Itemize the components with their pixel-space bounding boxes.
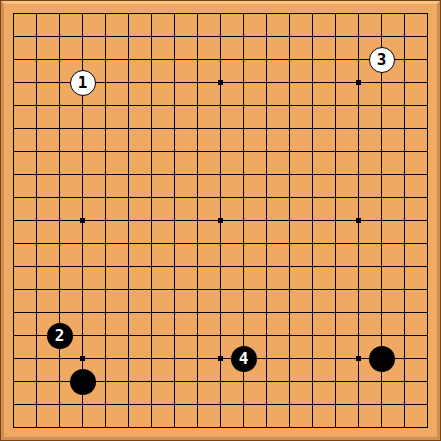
intersection-M5[interactable]: [255, 324, 278, 347]
intersection-J2[interactable]: [186, 393, 209, 416]
intersection-O8[interactable]: [301, 255, 324, 278]
intersection-M18[interactable]: [255, 25, 278, 48]
intersection-D19[interactable]: [71, 2, 94, 25]
intersection-O4[interactable]: [301, 347, 324, 370]
intersection-J12[interactable]: [186, 163, 209, 186]
intersection-N17[interactable]: [278, 48, 301, 71]
intersection-D18[interactable]: [71, 25, 94, 48]
intersection-J14[interactable]: [186, 117, 209, 140]
intersection-J9[interactable]: [186, 232, 209, 255]
intersection-T13[interactable]: [416, 140, 439, 163]
intersection-C18[interactable]: [48, 25, 71, 48]
intersection-N3[interactable]: [278, 370, 301, 393]
intersection-A19[interactable]: [2, 2, 25, 25]
intersection-H13[interactable]: [163, 140, 186, 163]
intersection-C2[interactable]: [48, 393, 71, 416]
intersection-J11[interactable]: [186, 186, 209, 209]
intersection-A3[interactable]: [2, 370, 25, 393]
intersection-F10[interactable]: [117, 209, 140, 232]
intersection-M15[interactable]: [255, 94, 278, 117]
intersection-J15[interactable]: [186, 94, 209, 117]
intersection-B15[interactable]: [25, 94, 48, 117]
intersection-O12[interactable]: [301, 163, 324, 186]
intersection-F3[interactable]: [117, 370, 140, 393]
intersection-D12[interactable]: [71, 163, 94, 186]
intersection-F9[interactable]: [117, 232, 140, 255]
intersection-Q12[interactable]: [347, 163, 370, 186]
intersection-J13[interactable]: [186, 140, 209, 163]
intersection-E15[interactable]: [94, 94, 117, 117]
intersection-T12[interactable]: [416, 163, 439, 186]
intersection-N5[interactable]: [278, 324, 301, 347]
intersection-C15[interactable]: [48, 94, 71, 117]
intersection-D3[interactable]: [71, 370, 94, 393]
intersection-K4[interactable]: [209, 347, 232, 370]
intersection-R11[interactable]: [370, 186, 393, 209]
intersection-Q6[interactable]: [347, 301, 370, 324]
intersection-R9[interactable]: [370, 232, 393, 255]
intersection-N4[interactable]: [278, 347, 301, 370]
intersection-K16[interactable]: [209, 71, 232, 94]
intersection-T3[interactable]: [416, 370, 439, 393]
intersection-T6[interactable]: [416, 301, 439, 324]
intersection-S8[interactable]: [393, 255, 416, 278]
intersection-C5[interactable]: 2: [48, 324, 71, 347]
intersection-E7[interactable]: [94, 278, 117, 301]
intersection-G7[interactable]: [140, 278, 163, 301]
intersection-P4[interactable]: [324, 347, 347, 370]
intersection-J1[interactable]: [186, 416, 209, 439]
intersection-K13[interactable]: [209, 140, 232, 163]
intersection-D1[interactable]: [71, 416, 94, 439]
intersection-T10[interactable]: [416, 209, 439, 232]
intersection-R12[interactable]: [370, 163, 393, 186]
intersection-F2[interactable]: [117, 393, 140, 416]
intersection-F7[interactable]: [117, 278, 140, 301]
intersection-F15[interactable]: [117, 94, 140, 117]
intersection-D15[interactable]: [71, 94, 94, 117]
board-intersections[interactable]: 3124: [2, 2, 439, 439]
intersection-B12[interactable]: [25, 163, 48, 186]
intersection-J6[interactable]: [186, 301, 209, 324]
intersection-G16[interactable]: [140, 71, 163, 94]
intersection-B9[interactable]: [25, 232, 48, 255]
intersection-N16[interactable]: [278, 71, 301, 94]
intersection-G5[interactable]: [140, 324, 163, 347]
intersection-E11[interactable]: [94, 186, 117, 209]
intersection-P10[interactable]: [324, 209, 347, 232]
intersection-S2[interactable]: [393, 393, 416, 416]
intersection-L10[interactable]: [232, 209, 255, 232]
intersection-A10[interactable]: [2, 209, 25, 232]
intersection-H17[interactable]: [163, 48, 186, 71]
intersection-R7[interactable]: [370, 278, 393, 301]
intersection-Q7[interactable]: [347, 278, 370, 301]
intersection-B18[interactable]: [25, 25, 48, 48]
intersection-C14[interactable]: [48, 117, 71, 140]
intersection-B4[interactable]: [25, 347, 48, 370]
intersection-C9[interactable]: [48, 232, 71, 255]
intersection-P15[interactable]: [324, 94, 347, 117]
intersection-K5[interactable]: [209, 324, 232, 347]
intersection-D13[interactable]: [71, 140, 94, 163]
intersection-O3[interactable]: [301, 370, 324, 393]
intersection-C19[interactable]: [48, 2, 71, 25]
intersection-L8[interactable]: [232, 255, 255, 278]
intersection-K15[interactable]: [209, 94, 232, 117]
intersection-A14[interactable]: [2, 117, 25, 140]
intersection-Q4[interactable]: [347, 347, 370, 370]
intersection-R17[interactable]: 3: [370, 48, 393, 71]
intersection-H8[interactable]: [163, 255, 186, 278]
stone-black-C5-move-2[interactable]: 2: [47, 323, 73, 349]
intersection-R18[interactable]: [370, 25, 393, 48]
intersection-F17[interactable]: [117, 48, 140, 71]
intersection-C10[interactable]: [48, 209, 71, 232]
intersection-J5[interactable]: [186, 324, 209, 347]
intersection-P2[interactable]: [324, 393, 347, 416]
intersection-R19[interactable]: [370, 2, 393, 25]
intersection-B1[interactable]: [25, 416, 48, 439]
intersection-Q19[interactable]: [347, 2, 370, 25]
intersection-N11[interactable]: [278, 186, 301, 209]
intersection-T19[interactable]: [416, 2, 439, 25]
intersection-D14[interactable]: [71, 117, 94, 140]
intersection-S11[interactable]: [393, 186, 416, 209]
intersection-K1[interactable]: [209, 416, 232, 439]
intersection-R3[interactable]: [370, 370, 393, 393]
intersection-S18[interactable]: [393, 25, 416, 48]
intersection-B3[interactable]: [25, 370, 48, 393]
intersection-N8[interactable]: [278, 255, 301, 278]
intersection-C1[interactable]: [48, 416, 71, 439]
intersection-H18[interactable]: [163, 25, 186, 48]
intersection-L4[interactable]: 4: [232, 347, 255, 370]
intersection-A5[interactable]: [2, 324, 25, 347]
intersection-H10[interactable]: [163, 209, 186, 232]
intersection-C7[interactable]: [48, 278, 71, 301]
intersection-A6[interactable]: [2, 301, 25, 324]
intersection-S13[interactable]: [393, 140, 416, 163]
intersection-Q2[interactable]: [347, 393, 370, 416]
intersection-G2[interactable]: [140, 393, 163, 416]
intersection-L11[interactable]: [232, 186, 255, 209]
intersection-H19[interactable]: [163, 2, 186, 25]
intersection-Q11[interactable]: [347, 186, 370, 209]
intersection-H14[interactable]: [163, 117, 186, 140]
intersection-R5[interactable]: [370, 324, 393, 347]
intersection-P13[interactable]: [324, 140, 347, 163]
intersection-D7[interactable]: [71, 278, 94, 301]
intersection-T16[interactable]: [416, 71, 439, 94]
intersection-R14[interactable]: [370, 117, 393, 140]
intersection-E6[interactable]: [94, 301, 117, 324]
intersection-L1[interactable]: [232, 416, 255, 439]
intersection-S1[interactable]: [393, 416, 416, 439]
intersection-H1[interactable]: [163, 416, 186, 439]
intersection-N10[interactable]: [278, 209, 301, 232]
intersection-O1[interactable]: [301, 416, 324, 439]
intersection-J16[interactable]: [186, 71, 209, 94]
intersection-F1[interactable]: [117, 416, 140, 439]
intersection-A17[interactable]: [2, 48, 25, 71]
intersection-L5[interactable]: [232, 324, 255, 347]
intersection-G17[interactable]: [140, 48, 163, 71]
intersection-O19[interactable]: [301, 2, 324, 25]
intersection-Q3[interactable]: [347, 370, 370, 393]
intersection-M10[interactable]: [255, 209, 278, 232]
intersection-A9[interactable]: [2, 232, 25, 255]
intersection-K2[interactable]: [209, 393, 232, 416]
intersection-L7[interactable]: [232, 278, 255, 301]
intersection-P6[interactable]: [324, 301, 347, 324]
intersection-H9[interactable]: [163, 232, 186, 255]
intersection-A18[interactable]: [2, 25, 25, 48]
intersection-D10[interactable]: [71, 209, 94, 232]
intersection-M2[interactable]: [255, 393, 278, 416]
intersection-A11[interactable]: [2, 186, 25, 209]
intersection-G14[interactable]: [140, 117, 163, 140]
intersection-K3[interactable]: [209, 370, 232, 393]
intersection-M6[interactable]: [255, 301, 278, 324]
intersection-M16[interactable]: [255, 71, 278, 94]
intersection-C16[interactable]: [48, 71, 71, 94]
intersection-O6[interactable]: [301, 301, 324, 324]
intersection-T2[interactable]: [416, 393, 439, 416]
intersection-B16[interactable]: [25, 71, 48, 94]
intersection-F13[interactable]: [117, 140, 140, 163]
intersection-T5[interactable]: [416, 324, 439, 347]
intersection-Q17[interactable]: [347, 48, 370, 71]
intersection-E16[interactable]: [94, 71, 117, 94]
intersection-C12[interactable]: [48, 163, 71, 186]
intersection-E3[interactable]: [94, 370, 117, 393]
intersection-S16[interactable]: [393, 71, 416, 94]
intersection-E12[interactable]: [94, 163, 117, 186]
intersection-S5[interactable]: [393, 324, 416, 347]
intersection-L14[interactable]: [232, 117, 255, 140]
intersection-G10[interactable]: [140, 209, 163, 232]
intersection-N15[interactable]: [278, 94, 301, 117]
intersection-L3[interactable]: [232, 370, 255, 393]
intersection-E13[interactable]: [94, 140, 117, 163]
intersection-D5[interactable]: [71, 324, 94, 347]
intersection-J18[interactable]: [186, 25, 209, 48]
intersection-N9[interactable]: [278, 232, 301, 255]
intersection-B8[interactable]: [25, 255, 48, 278]
intersection-D4[interactable]: [71, 347, 94, 370]
intersection-N12[interactable]: [278, 163, 301, 186]
intersection-F8[interactable]: [117, 255, 140, 278]
intersection-K8[interactable]: [209, 255, 232, 278]
intersection-G12[interactable]: [140, 163, 163, 186]
intersection-B14[interactable]: [25, 117, 48, 140]
intersection-M7[interactable]: [255, 278, 278, 301]
intersection-P18[interactable]: [324, 25, 347, 48]
intersection-A12[interactable]: [2, 163, 25, 186]
intersection-B6[interactable]: [25, 301, 48, 324]
intersection-M3[interactable]: [255, 370, 278, 393]
intersection-K12[interactable]: [209, 163, 232, 186]
intersection-F19[interactable]: [117, 2, 140, 25]
intersection-R8[interactable]: [370, 255, 393, 278]
intersection-S14[interactable]: [393, 117, 416, 140]
intersection-P19[interactable]: [324, 2, 347, 25]
intersection-K7[interactable]: [209, 278, 232, 301]
intersection-P5[interactable]: [324, 324, 347, 347]
stone-white-D16-move-1[interactable]: 1: [70, 70, 96, 96]
intersection-F16[interactable]: [117, 71, 140, 94]
intersection-E4[interactable]: [94, 347, 117, 370]
intersection-Q16[interactable]: [347, 71, 370, 94]
intersection-F6[interactable]: [117, 301, 140, 324]
intersection-N2[interactable]: [278, 393, 301, 416]
intersection-S4[interactable]: [393, 347, 416, 370]
intersection-A8[interactable]: [2, 255, 25, 278]
intersection-S15[interactable]: [393, 94, 416, 117]
intersection-O17[interactable]: [301, 48, 324, 71]
intersection-P12[interactable]: [324, 163, 347, 186]
intersection-T7[interactable]: [416, 278, 439, 301]
intersection-F4[interactable]: [117, 347, 140, 370]
intersection-K10[interactable]: [209, 209, 232, 232]
intersection-L15[interactable]: [232, 94, 255, 117]
intersection-F12[interactable]: [117, 163, 140, 186]
intersection-O14[interactable]: [301, 117, 324, 140]
intersection-S7[interactable]: [393, 278, 416, 301]
intersection-E9[interactable]: [94, 232, 117, 255]
intersection-S12[interactable]: [393, 163, 416, 186]
intersection-R16[interactable]: [370, 71, 393, 94]
intersection-P9[interactable]: [324, 232, 347, 255]
intersection-R15[interactable]: [370, 94, 393, 117]
intersection-H3[interactable]: [163, 370, 186, 393]
intersection-P14[interactable]: [324, 117, 347, 140]
stone-black-D3[interactable]: [70, 369, 96, 395]
intersection-R10[interactable]: [370, 209, 393, 232]
intersection-M12[interactable]: [255, 163, 278, 186]
intersection-E10[interactable]: [94, 209, 117, 232]
intersection-T4[interactable]: [416, 347, 439, 370]
intersection-N18[interactable]: [278, 25, 301, 48]
intersection-T1[interactable]: [416, 416, 439, 439]
intersection-J4[interactable]: [186, 347, 209, 370]
intersection-K18[interactable]: [209, 25, 232, 48]
intersection-O2[interactable]: [301, 393, 324, 416]
intersection-N7[interactable]: [278, 278, 301, 301]
intersection-M19[interactable]: [255, 2, 278, 25]
intersection-O16[interactable]: [301, 71, 324, 94]
intersection-N14[interactable]: [278, 117, 301, 140]
intersection-L9[interactable]: [232, 232, 255, 255]
intersection-M14[interactable]: [255, 117, 278, 140]
intersection-G8[interactable]: [140, 255, 163, 278]
intersection-A16[interactable]: [2, 71, 25, 94]
intersection-Q18[interactable]: [347, 25, 370, 48]
intersection-K14[interactable]: [209, 117, 232, 140]
intersection-D6[interactable]: [71, 301, 94, 324]
intersection-Q10[interactable]: [347, 209, 370, 232]
intersection-B13[interactable]: [25, 140, 48, 163]
intersection-O7[interactable]: [301, 278, 324, 301]
intersection-C6[interactable]: [48, 301, 71, 324]
intersection-L13[interactable]: [232, 140, 255, 163]
intersection-B5[interactable]: [25, 324, 48, 347]
intersection-G4[interactable]: [140, 347, 163, 370]
intersection-H12[interactable]: [163, 163, 186, 186]
intersection-H2[interactable]: [163, 393, 186, 416]
intersection-J17[interactable]: [186, 48, 209, 71]
intersection-H11[interactable]: [163, 186, 186, 209]
intersection-L12[interactable]: [232, 163, 255, 186]
intersection-C13[interactable]: [48, 140, 71, 163]
intersection-E1[interactable]: [94, 416, 117, 439]
intersection-L6[interactable]: [232, 301, 255, 324]
intersection-P1[interactable]: [324, 416, 347, 439]
intersection-M8[interactable]: [255, 255, 278, 278]
intersection-H4[interactable]: [163, 347, 186, 370]
intersection-M4[interactable]: [255, 347, 278, 370]
intersection-A13[interactable]: [2, 140, 25, 163]
intersection-S3[interactable]: [393, 370, 416, 393]
intersection-R2[interactable]: [370, 393, 393, 416]
intersection-B10[interactable]: [25, 209, 48, 232]
intersection-A2[interactable]: [2, 393, 25, 416]
intersection-E17[interactable]: [94, 48, 117, 71]
intersection-T9[interactable]: [416, 232, 439, 255]
intersection-S9[interactable]: [393, 232, 416, 255]
intersection-M13[interactable]: [255, 140, 278, 163]
intersection-O13[interactable]: [301, 140, 324, 163]
intersection-G6[interactable]: [140, 301, 163, 324]
intersection-J7[interactable]: [186, 278, 209, 301]
intersection-K17[interactable]: [209, 48, 232, 71]
intersection-Q13[interactable]: [347, 140, 370, 163]
intersection-K6[interactable]: [209, 301, 232, 324]
intersection-M9[interactable]: [255, 232, 278, 255]
intersection-J19[interactable]: [186, 2, 209, 25]
intersection-L2[interactable]: [232, 393, 255, 416]
intersection-G19[interactable]: [140, 2, 163, 25]
intersection-J8[interactable]: [186, 255, 209, 278]
intersection-Q15[interactable]: [347, 94, 370, 117]
intersection-C11[interactable]: [48, 186, 71, 209]
intersection-D11[interactable]: [71, 186, 94, 209]
intersection-Q5[interactable]: [347, 324, 370, 347]
intersection-D17[interactable]: [71, 48, 94, 71]
intersection-O9[interactable]: [301, 232, 324, 255]
intersection-N13[interactable]: [278, 140, 301, 163]
intersection-T18[interactable]: [416, 25, 439, 48]
intersection-N6[interactable]: [278, 301, 301, 324]
intersection-T11[interactable]: [416, 186, 439, 209]
intersection-G13[interactable]: [140, 140, 163, 163]
intersection-P16[interactable]: [324, 71, 347, 94]
intersection-B7[interactable]: [25, 278, 48, 301]
stone-black-R4[interactable]: [369, 346, 395, 372]
intersection-M1[interactable]: [255, 416, 278, 439]
intersection-F5[interactable]: [117, 324, 140, 347]
intersection-Q1[interactable]: [347, 416, 370, 439]
intersection-C17[interactable]: [48, 48, 71, 71]
intersection-B17[interactable]: [25, 48, 48, 71]
intersection-B11[interactable]: [25, 186, 48, 209]
intersection-E14[interactable]: [94, 117, 117, 140]
intersection-F11[interactable]: [117, 186, 140, 209]
intersection-D9[interactable]: [71, 232, 94, 255]
intersection-C8[interactable]: [48, 255, 71, 278]
intersection-Q14[interactable]: [347, 117, 370, 140]
